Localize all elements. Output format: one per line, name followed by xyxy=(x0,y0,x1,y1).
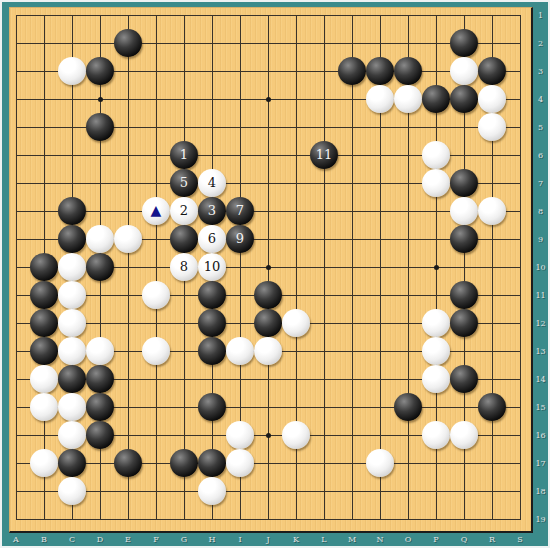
row-label-9: 9 xyxy=(533,234,548,245)
move-number-label: 9 xyxy=(226,225,254,253)
grid-line-vertical xyxy=(520,15,521,520)
black-stone-D5[interactable] xyxy=(86,113,114,141)
column-label-A: A xyxy=(2,533,30,546)
column-label-S: S xyxy=(506,533,534,546)
black-stone-E2[interactable] xyxy=(114,29,142,57)
white-stone-Q16[interactable] xyxy=(450,421,478,449)
go-board[interactable]: 11154▲23769810 xyxy=(9,7,533,533)
grid-line-horizontal xyxy=(16,463,521,464)
white-stone-G10[interactable]: 8 xyxy=(170,253,198,281)
black-stone-R3[interactable] xyxy=(478,57,506,85)
grid-line-vertical xyxy=(352,15,353,520)
black-stone-H13[interactable] xyxy=(198,337,226,365)
move-number-label: 3 xyxy=(198,197,226,225)
white-stone-I13[interactable] xyxy=(226,337,254,365)
black-stone-C8[interactable] xyxy=(58,197,86,225)
white-stone-C11[interactable] xyxy=(58,281,86,309)
white-stone-C3[interactable] xyxy=(58,57,86,85)
white-stone-P14[interactable] xyxy=(422,365,450,393)
column-label-G: G xyxy=(170,533,198,546)
column-label-C: C xyxy=(58,533,86,546)
black-stone-H15[interactable] xyxy=(198,393,226,421)
column-label-L: L xyxy=(310,533,338,546)
white-stone-P13[interactable] xyxy=(422,337,450,365)
white-stone-J13[interactable] xyxy=(254,337,282,365)
white-stone-O4[interactable] xyxy=(394,85,422,113)
row-label-16: 16 xyxy=(533,430,548,441)
black-stone-B10[interactable] xyxy=(30,253,58,281)
white-stone-F8[interactable]: ▲ xyxy=(142,197,170,225)
black-stone-B11[interactable] xyxy=(30,281,58,309)
row-label-3: 3 xyxy=(533,66,548,77)
white-stone-H9[interactable]: 6 xyxy=(198,225,226,253)
row-label-10: 10 xyxy=(533,262,548,273)
star-point xyxy=(266,97,271,102)
black-stone-B12[interactable] xyxy=(30,309,58,337)
black-stone-D16[interactable] xyxy=(86,421,114,449)
column-label-H: H xyxy=(198,533,226,546)
white-stone-F13[interactable] xyxy=(142,337,170,365)
move-number-label: 11 xyxy=(310,141,338,169)
triangle-marker-icon: ▲ xyxy=(142,197,170,225)
column-label-I: I xyxy=(226,533,254,546)
white-stone-F11[interactable] xyxy=(142,281,170,309)
black-stone-Q9[interactable] xyxy=(450,225,478,253)
column-label-F: F xyxy=(142,533,170,546)
white-stone-H18[interactable] xyxy=(198,477,226,505)
row-label-7: 7 xyxy=(533,178,548,189)
move-number-label: 6 xyxy=(198,225,226,253)
white-stone-D9[interactable] xyxy=(86,225,114,253)
move-number-label: 7 xyxy=(226,197,254,225)
black-stone-I8[interactable]: 7 xyxy=(226,197,254,225)
white-stone-C12[interactable] xyxy=(58,309,86,337)
black-stone-J12[interactable] xyxy=(254,309,282,337)
white-stone-C13[interactable] xyxy=(58,337,86,365)
column-label-R: R xyxy=(478,533,506,546)
white-stone-N17[interactable] xyxy=(366,449,394,477)
white-stone-R4[interactable] xyxy=(478,85,506,113)
black-stone-C17[interactable] xyxy=(58,449,86,477)
black-stone-H17[interactable] xyxy=(198,449,226,477)
row-label-14: 14 xyxy=(533,374,548,385)
white-stone-I17[interactable] xyxy=(226,449,254,477)
star-point xyxy=(434,265,439,270)
star-point xyxy=(266,433,271,438)
grid-line-horizontal xyxy=(16,491,521,492)
black-stone-G6[interactable]: 1 xyxy=(170,141,198,169)
black-stone-Q12[interactable] xyxy=(450,309,478,337)
white-stone-C16[interactable] xyxy=(58,421,86,449)
column-label-P: P xyxy=(422,533,450,546)
white-stone-B14[interactable] xyxy=(30,365,58,393)
star-point xyxy=(98,97,103,102)
black-stone-C9[interactable] xyxy=(58,225,86,253)
black-stone-O3[interactable] xyxy=(394,57,422,85)
row-label-8: 8 xyxy=(533,206,548,217)
white-stone-R8[interactable] xyxy=(478,197,506,225)
grid-line-horizontal xyxy=(16,519,521,520)
white-stone-P7[interactable] xyxy=(422,169,450,197)
white-stone-B15[interactable] xyxy=(30,393,58,421)
column-label-E: E xyxy=(114,533,142,546)
black-stone-N3[interactable] xyxy=(366,57,394,85)
row-label-13: 13 xyxy=(533,346,548,357)
black-stone-B13[interactable] xyxy=(30,337,58,365)
black-stone-D3[interactable] xyxy=(86,57,114,85)
black-stone-J11[interactable] xyxy=(254,281,282,309)
black-stone-O15[interactable] xyxy=(394,393,422,421)
black-stone-Q14[interactable] xyxy=(450,365,478,393)
black-stone-H8[interactable]: 3 xyxy=(198,197,226,225)
black-stone-G7[interactable]: 5 xyxy=(170,169,198,197)
go-board-window: 11154▲23769810 ABCDEFGHIJKLMNOPQRS 12345… xyxy=(0,0,550,548)
black-stone-D15[interactable] xyxy=(86,393,114,421)
move-number-label: 4 xyxy=(198,169,226,197)
white-stone-C15[interactable] xyxy=(58,393,86,421)
black-stone-G9[interactable] xyxy=(170,225,198,253)
black-stone-R15[interactable] xyxy=(478,393,506,421)
move-number-label: 8 xyxy=(170,253,198,281)
column-label-D: D xyxy=(86,533,114,546)
white-stone-P12[interactable] xyxy=(422,309,450,337)
white-stone-P6[interactable] xyxy=(422,141,450,169)
move-number-label: 5 xyxy=(170,169,198,197)
row-label-5: 5 xyxy=(533,122,548,133)
column-label-Q: Q xyxy=(450,533,478,546)
black-stone-G17[interactable] xyxy=(170,449,198,477)
white-stone-N4[interactable] xyxy=(366,85,394,113)
black-stone-C14[interactable] xyxy=(58,365,86,393)
white-stone-C18[interactable] xyxy=(58,477,86,505)
white-stone-E9[interactable] xyxy=(114,225,142,253)
black-stone-I9[interactable]: 9 xyxy=(226,225,254,253)
row-label-19: 19 xyxy=(533,514,548,525)
grid-line-vertical xyxy=(324,15,325,520)
black-stone-L6[interactable]: 11 xyxy=(310,141,338,169)
black-stone-H11[interactable] xyxy=(198,281,226,309)
white-stone-R5[interactable] xyxy=(478,113,506,141)
black-stone-Q7[interactable] xyxy=(450,169,478,197)
black-stone-H12[interactable] xyxy=(198,309,226,337)
star-point xyxy=(266,265,271,270)
white-stone-P16[interactable] xyxy=(422,421,450,449)
black-stone-D14[interactable] xyxy=(86,365,114,393)
white-stone-I16[interactable] xyxy=(226,421,254,449)
white-stone-K12[interactable] xyxy=(282,309,310,337)
row-label-17: 17 xyxy=(533,458,548,469)
row-label-11: 11 xyxy=(533,290,548,301)
white-stone-K16[interactable] xyxy=(282,421,310,449)
row-label-2: 2 xyxy=(533,38,548,49)
black-stone-Q2[interactable] xyxy=(450,29,478,57)
column-label-K: K xyxy=(282,533,310,546)
column-label-M: M xyxy=(338,533,366,546)
white-stone-C10[interactable] xyxy=(58,253,86,281)
black-stone-D10[interactable] xyxy=(86,253,114,281)
black-stone-M3[interactable] xyxy=(338,57,366,85)
black-stone-P4[interactable] xyxy=(422,85,450,113)
move-number-label: 1 xyxy=(170,141,198,169)
white-stone-H7[interactable]: 4 xyxy=(198,169,226,197)
column-label-N: N xyxy=(366,533,394,546)
column-label-B: B xyxy=(30,533,58,546)
row-label-12: 12 xyxy=(533,318,548,329)
black-stone-E17[interactable] xyxy=(114,449,142,477)
row-label-15: 15 xyxy=(533,402,548,413)
white-stone-Q3[interactable] xyxy=(450,57,478,85)
move-number-label: 10 xyxy=(198,253,226,281)
white-stone-D13[interactable] xyxy=(86,337,114,365)
white-stone-G8[interactable]: 2 xyxy=(170,197,198,225)
row-label-18: 18 xyxy=(533,486,548,497)
row-label-6: 6 xyxy=(533,150,548,161)
row-label-4: 4 xyxy=(533,94,548,105)
black-stone-Q4[interactable] xyxy=(450,85,478,113)
column-label-J: J xyxy=(254,533,282,546)
white-stone-H10[interactable]: 10 xyxy=(198,253,226,281)
white-stone-B17[interactable] xyxy=(30,449,58,477)
row-label-1: 1 xyxy=(533,10,548,21)
black-stone-Q11[interactable] xyxy=(450,281,478,309)
column-label-O: O xyxy=(394,533,422,546)
move-number-label: 2 xyxy=(170,197,198,225)
white-stone-Q8[interactable] xyxy=(450,197,478,225)
